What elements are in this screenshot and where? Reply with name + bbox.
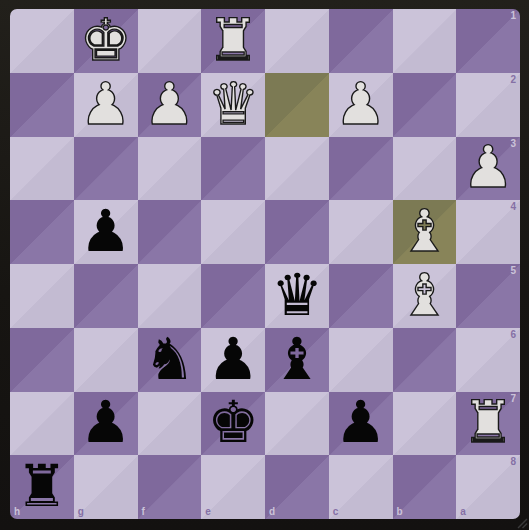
square-b1[interactable]: [393, 9, 457, 73]
rank-label-6: 6: [510, 330, 516, 340]
square-d5[interactable]: ♛: [265, 264, 329, 328]
square-g8[interactable]: g: [74, 455, 138, 519]
square-e3[interactable]: [201, 137, 265, 201]
square-c8[interactable]: c: [329, 455, 393, 519]
rank-label-3: 3: [510, 139, 516, 149]
square-d1[interactable]: [265, 9, 329, 73]
file-label-d: d: [269, 507, 275, 517]
square-f6[interactable]: ♞: [138, 328, 202, 392]
square-g4[interactable]: ♟: [74, 200, 138, 264]
square-a4[interactable]: 4: [456, 200, 520, 264]
square-h4[interactable]: [10, 200, 74, 264]
black-pawn[interactable]: ♟: [207, 330, 259, 388]
square-b5[interactable]: ♝: [393, 264, 457, 328]
file-label-b: b: [397, 507, 403, 517]
square-e4[interactable]: [201, 200, 265, 264]
square-b8[interactable]: b: [393, 455, 457, 519]
square-h1[interactable]: [10, 9, 74, 73]
rank-label-1: 1: [510, 11, 516, 21]
square-d7[interactable]: [265, 392, 329, 456]
rank-label-5: 5: [510, 266, 516, 276]
white-king[interactable]: ♚: [80, 11, 132, 69]
square-c2[interactable]: ♟: [329, 73, 393, 137]
square-a7[interactable]: ♜7: [456, 392, 520, 456]
rank-label-7: 7: [510, 394, 516, 404]
rank-label-8: 8: [510, 457, 516, 467]
black-rook[interactable]: ♜: [16, 457, 68, 515]
white-rook[interactable]: ♜: [207, 11, 259, 69]
square-g1[interactable]: ♚: [74, 9, 138, 73]
black-pawn[interactable]: ♟: [80, 393, 132, 451]
square-a8[interactable]: 8a: [456, 455, 520, 519]
square-h2[interactable]: [10, 73, 74, 137]
black-queen[interactable]: ♛: [271, 266, 323, 324]
square-a2[interactable]: 2: [456, 73, 520, 137]
square-d8[interactable]: d: [265, 455, 329, 519]
white-pawn[interactable]: ♟: [143, 75, 195, 133]
square-h5[interactable]: [10, 264, 74, 328]
square-b2[interactable]: [393, 73, 457, 137]
square-b3[interactable]: [393, 137, 457, 201]
black-pawn[interactable]: ♟: [80, 202, 132, 260]
square-g7[interactable]: ♟: [74, 392, 138, 456]
square-f7[interactable]: [138, 392, 202, 456]
square-g3[interactable]: [74, 137, 138, 201]
square-f2[interactable]: ♟: [138, 73, 202, 137]
square-c7[interactable]: ♟: [329, 392, 393, 456]
rank-label-2: 2: [510, 75, 516, 85]
square-a1[interactable]: 1: [456, 9, 520, 73]
file-label-h: h: [14, 507, 20, 517]
black-pawn[interactable]: ♟: [335, 393, 387, 451]
square-e7[interactable]: ♚: [201, 392, 265, 456]
chess-board: ♚♜1♟♟♛♟2♟3♟♝4♛♝5♞♟♝6♟♚♟♜7♜hgfedcb8a: [10, 9, 520, 519]
square-d2[interactable]: [265, 73, 329, 137]
square-h3[interactable]: [10, 137, 74, 201]
square-h8[interactable]: ♜h: [10, 455, 74, 519]
square-e8[interactable]: e: [201, 455, 265, 519]
square-c4[interactable]: [329, 200, 393, 264]
white-queen[interactable]: ♛: [207, 75, 259, 133]
white-pawn[interactable]: ♟: [335, 75, 387, 133]
square-e5[interactable]: [201, 264, 265, 328]
white-bishop[interactable]: ♝: [398, 202, 450, 260]
black-knight[interactable]: ♞: [143, 330, 195, 388]
square-e1[interactable]: ♜: [201, 9, 265, 73]
square-h6[interactable]: [10, 328, 74, 392]
square-g2[interactable]: ♟: [74, 73, 138, 137]
black-king[interactable]: ♚: [207, 393, 259, 451]
square-b7[interactable]: [393, 392, 457, 456]
square-a3[interactable]: ♟3: [456, 137, 520, 201]
white-pawn[interactable]: ♟: [80, 75, 132, 133]
board-resize-handle[interactable]: [516, 517, 528, 529]
square-d4[interactable]: [265, 200, 329, 264]
rank-label-4: 4: [510, 202, 516, 212]
square-a5[interactable]: 5: [456, 264, 520, 328]
white-pawn[interactable]: ♟: [462, 138, 514, 196]
square-c5[interactable]: [329, 264, 393, 328]
square-f4[interactable]: [138, 200, 202, 264]
file-label-e: e: [205, 507, 211, 517]
square-c3[interactable]: [329, 137, 393, 201]
file-label-g: g: [78, 507, 84, 517]
black-bishop[interactable]: ♝: [271, 330, 323, 388]
square-f3[interactable]: [138, 137, 202, 201]
square-f5[interactable]: [138, 264, 202, 328]
square-h7[interactable]: [10, 392, 74, 456]
square-a6[interactable]: 6: [456, 328, 520, 392]
square-c6[interactable]: [329, 328, 393, 392]
square-e6[interactable]: ♟: [201, 328, 265, 392]
square-c1[interactable]: [329, 9, 393, 73]
square-d6[interactable]: ♝: [265, 328, 329, 392]
square-g6[interactable]: [74, 328, 138, 392]
file-label-a: a: [460, 507, 466, 517]
white-rook[interactable]: ♜: [462, 393, 514, 451]
file-label-c: c: [333, 507, 339, 517]
file-label-f: f: [142, 507, 145, 517]
square-f1[interactable]: [138, 9, 202, 73]
white-bishop[interactable]: ♝: [398, 266, 450, 324]
square-d3[interactable]: [265, 137, 329, 201]
square-g5[interactable]: [74, 264, 138, 328]
square-e2[interactable]: ♛: [201, 73, 265, 137]
square-b4[interactable]: ♝: [393, 200, 457, 264]
square-b6[interactable]: [393, 328, 457, 392]
square-f8[interactable]: f: [138, 455, 202, 519]
